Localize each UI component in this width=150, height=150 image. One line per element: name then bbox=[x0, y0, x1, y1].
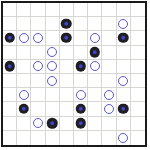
cell-r2c9[interactable] bbox=[131, 31, 145, 45]
cell-r2c0[interactable] bbox=[3, 31, 17, 45]
cell-r5c0[interactable] bbox=[3, 74, 17, 88]
white-pearl bbox=[47, 61, 57, 71]
cell-r1c5[interactable] bbox=[74, 17, 88, 31]
cell-r0c6[interactable] bbox=[88, 3, 102, 17]
cell-r0c2[interactable] bbox=[31, 3, 45, 17]
black-pearl bbox=[118, 33, 129, 44]
cell-r1c3[interactable] bbox=[46, 17, 60, 31]
cell-r3c3[interactable] bbox=[46, 46, 60, 60]
cell-r7c2[interactable] bbox=[31, 102, 45, 116]
cell-r5c2[interactable] bbox=[31, 74, 45, 88]
cell-r6c6[interactable] bbox=[88, 88, 102, 102]
cell-r3c9[interactable] bbox=[131, 46, 145, 60]
cell-r6c3[interactable] bbox=[46, 88, 60, 102]
white-pearl bbox=[118, 19, 128, 29]
cell-r0c0[interactable] bbox=[3, 3, 17, 17]
cell-r4c6[interactable] bbox=[88, 60, 102, 74]
cell-r2c6[interactable] bbox=[88, 31, 102, 45]
cell-r6c4[interactable] bbox=[60, 88, 74, 102]
cell-r0c4[interactable] bbox=[60, 3, 74, 17]
cell-r1c7[interactable] bbox=[102, 17, 116, 31]
cell-r4c7[interactable] bbox=[102, 60, 116, 74]
white-pearl bbox=[19, 90, 29, 100]
cell-r2c2[interactable] bbox=[31, 31, 45, 45]
white-pearl bbox=[33, 118, 43, 128]
cell-r6c0[interactable] bbox=[3, 88, 17, 102]
cell-r5c3[interactable] bbox=[46, 74, 60, 88]
white-pearl bbox=[33, 33, 43, 43]
cell-r5c1[interactable] bbox=[17, 74, 31, 88]
cell-r2c8[interactable] bbox=[117, 31, 131, 45]
cell-r8c5[interactable] bbox=[74, 117, 88, 131]
cell-r8c3[interactable] bbox=[46, 117, 60, 131]
cell-r2c3[interactable] bbox=[46, 31, 60, 45]
black-pearl bbox=[61, 19, 72, 30]
cell-r3c2[interactable] bbox=[31, 46, 45, 60]
white-pearl bbox=[76, 90, 86, 100]
cell-r4c4[interactable] bbox=[60, 60, 74, 74]
cell-r9c5[interactable] bbox=[74, 131, 88, 145]
cell-r6c2[interactable] bbox=[31, 88, 45, 102]
cell-r4c3[interactable] bbox=[46, 60, 60, 74]
cell-r0c8[interactable] bbox=[117, 3, 131, 17]
cell-r8c4[interactable] bbox=[60, 117, 74, 131]
cell-r8c7[interactable] bbox=[102, 117, 116, 131]
cell-r4c8[interactable] bbox=[117, 60, 131, 74]
cell-r1c8[interactable] bbox=[117, 17, 131, 31]
cell-r6c8[interactable] bbox=[117, 88, 131, 102]
cell-r9c2[interactable] bbox=[31, 131, 45, 145]
cell-r6c9[interactable] bbox=[131, 88, 145, 102]
cell-r2c4[interactable] bbox=[60, 31, 74, 45]
black-pearl bbox=[118, 104, 129, 115]
cell-r4c9[interactable] bbox=[131, 60, 145, 74]
cell-r1c1[interactable] bbox=[17, 17, 31, 31]
cell-r4c5[interactable] bbox=[74, 60, 88, 74]
cell-r3c0[interactable] bbox=[3, 46, 17, 60]
cell-r0c5[interactable] bbox=[74, 3, 88, 17]
white-pearl bbox=[90, 33, 100, 43]
cell-r2c7[interactable] bbox=[102, 31, 116, 45]
cell-r0c3[interactable] bbox=[46, 3, 60, 17]
black-pearl bbox=[75, 61, 86, 72]
black-pearl bbox=[47, 118, 58, 129]
black-pearl bbox=[4, 61, 15, 72]
cell-r9c9[interactable] bbox=[131, 131, 145, 145]
cell-r1c4[interactable] bbox=[60, 17, 74, 31]
cell-r7c8[interactable] bbox=[117, 102, 131, 116]
cell-r7c4[interactable] bbox=[60, 102, 74, 116]
white-pearl bbox=[33, 61, 43, 71]
cell-r5c8[interactable] bbox=[117, 74, 131, 88]
black-pearl bbox=[75, 118, 86, 129]
cell-r1c9[interactable] bbox=[131, 17, 145, 31]
cell-r1c6[interactable] bbox=[88, 17, 102, 31]
cell-r9c4[interactable] bbox=[60, 131, 74, 145]
cell-r1c2[interactable] bbox=[31, 17, 45, 31]
cell-r6c5[interactable] bbox=[74, 88, 88, 102]
black-pearl bbox=[75, 104, 86, 115]
cell-r3c5[interactable] bbox=[74, 46, 88, 60]
cell-r7c1[interactable] bbox=[17, 102, 31, 116]
cell-r1c0[interactable] bbox=[3, 17, 17, 31]
cell-r0c7[interactable] bbox=[102, 3, 116, 17]
cell-r5c6[interactable] bbox=[88, 74, 102, 88]
cell-r3c6[interactable] bbox=[88, 46, 102, 60]
white-pearl bbox=[104, 90, 114, 100]
cell-r9c0[interactable] bbox=[3, 131, 17, 145]
cell-r3c7[interactable] bbox=[102, 46, 116, 60]
cell-r9c3[interactable] bbox=[46, 131, 60, 145]
cell-r9c1[interactable] bbox=[17, 131, 31, 145]
cell-r4c2[interactable] bbox=[31, 60, 45, 74]
cell-r5c7[interactable] bbox=[102, 74, 116, 88]
cell-r3c1[interactable] bbox=[17, 46, 31, 60]
cell-r5c4[interactable] bbox=[60, 74, 74, 88]
cell-r5c5[interactable] bbox=[74, 74, 88, 88]
cell-r7c7[interactable] bbox=[102, 102, 116, 116]
cell-r8c9[interactable] bbox=[131, 117, 145, 131]
white-pearl bbox=[90, 61, 100, 71]
black-pearl bbox=[19, 104, 30, 115]
cell-r8c1[interactable] bbox=[17, 117, 31, 131]
white-pearl bbox=[47, 47, 57, 57]
cell-r8c6[interactable] bbox=[88, 117, 102, 131]
white-pearl bbox=[118, 76, 128, 86]
white-pearl bbox=[47, 76, 57, 86]
cell-r4c1[interactable] bbox=[17, 60, 31, 74]
cell-r6c7[interactable] bbox=[102, 88, 116, 102]
cell-r7c6[interactable] bbox=[88, 102, 102, 116]
black-pearl bbox=[4, 33, 15, 44]
white-pearl bbox=[104, 104, 114, 114]
white-pearl bbox=[19, 33, 29, 43]
cell-r6c1[interactable] bbox=[17, 88, 31, 102]
cell-r0c9[interactable] bbox=[131, 3, 145, 17]
cell-r3c4[interactable] bbox=[60, 46, 74, 60]
cell-r9c8[interactable] bbox=[117, 131, 131, 145]
cell-r7c3[interactable] bbox=[46, 102, 60, 116]
masyu-board bbox=[1, 1, 147, 147]
cell-r8c0[interactable] bbox=[3, 117, 17, 131]
cell-r3c8[interactable] bbox=[117, 46, 131, 60]
cell-r2c5[interactable] bbox=[74, 31, 88, 45]
cell-r0c1[interactable] bbox=[17, 3, 31, 17]
cell-r2c1[interactable] bbox=[17, 31, 31, 45]
cell-r7c9[interactable] bbox=[131, 102, 145, 116]
cell-r5c9[interactable] bbox=[131, 74, 145, 88]
cell-r9c6[interactable] bbox=[88, 131, 102, 145]
cell-r7c5[interactable] bbox=[74, 102, 88, 116]
cell-r8c8[interactable] bbox=[117, 117, 131, 131]
cell-r7c0[interactable] bbox=[3, 102, 17, 116]
cell-r8c2[interactable] bbox=[31, 117, 45, 131]
black-pearl bbox=[89, 47, 100, 58]
black-pearl bbox=[61, 33, 72, 44]
cell-r9c7[interactable] bbox=[102, 131, 116, 145]
cell-r4c0[interactable] bbox=[3, 60, 17, 74]
puzzle-stage bbox=[0, 0, 150, 150]
white-pearl bbox=[118, 133, 128, 143]
